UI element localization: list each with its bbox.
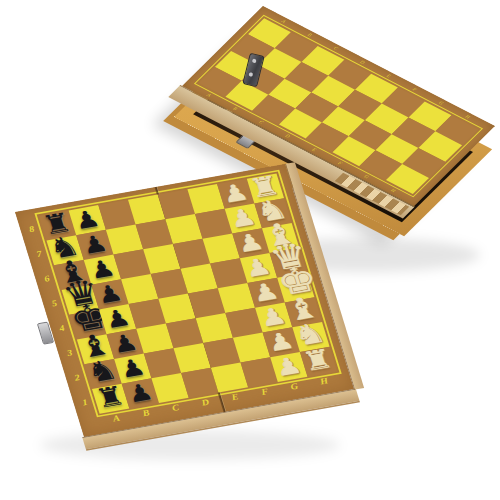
lid-edge-label-A: A: [280, 19, 286, 24]
rank-label-1: 1: [74, 396, 95, 408]
lid-edge-label-G: G: [363, 174, 370, 179]
rank-label-2: 2: [67, 371, 88, 383]
file-label-C: C: [165, 401, 186, 413]
file-label-G: G: [284, 380, 305, 392]
lid-edge-label-B: B: [307, 32, 313, 37]
file-label-B: B: [135, 406, 156, 418]
lid-edge-label-D: D: [359, 60, 366, 65]
rank-label-5: 5: [44, 297, 65, 309]
rank-label-6: 6: [36, 272, 57, 284]
file-label-F: F: [254, 385, 275, 397]
lid-edge-label-H: H: [390, 188, 397, 193]
square-h1[interactable]: ♜: [300, 347, 337, 377]
lid-edge-label-F: F: [337, 161, 343, 166]
lid-edge-label-F: F: [412, 87, 418, 92]
open-chess-board: ♜♟♟♜♞♟♟♞♝♟♟♝♛♟♟♛♚♟♟♚♝♟♟♝♞♟♟♞♜♟♟♜ 8765432…: [15, 164, 354, 437]
lid-edge-label-C: C: [333, 46, 340, 51]
rank-label-3: 3: [59, 346, 80, 358]
file-label-E: E: [225, 391, 246, 403]
piece-white-rook-h1[interactable]: ♜: [299, 344, 337, 375]
lid-edge-label-E: E: [386, 73, 392, 78]
lid-edge-label-H: H: [464, 114, 471, 119]
product-photo-scene: ♚♟♝♟♜♟♟♜♛♟♝♞ ABCDEFGH ABCDEFGH ♜♟♟♜♞♟♟♞♝…: [0, 0, 500, 500]
lid-edge-label-E: E: [311, 147, 317, 152]
lid-edge-label-G: G: [438, 100, 445, 105]
file-label-D: D: [195, 396, 216, 408]
rank-label-4: 4: [52, 322, 73, 334]
file-label-H: H: [314, 375, 335, 387]
rank-label-7: 7: [29, 247, 50, 259]
file-label-A: A: [106, 412, 127, 424]
lid-edge-label-A: A: [206, 93, 212, 98]
lid-edge-label-B: B: [232, 106, 238, 111]
rank-label-8: 8: [21, 223, 42, 235]
lid-edge-label-C: C: [258, 120, 265, 125]
lid-edge-label-D: D: [284, 133, 291, 138]
